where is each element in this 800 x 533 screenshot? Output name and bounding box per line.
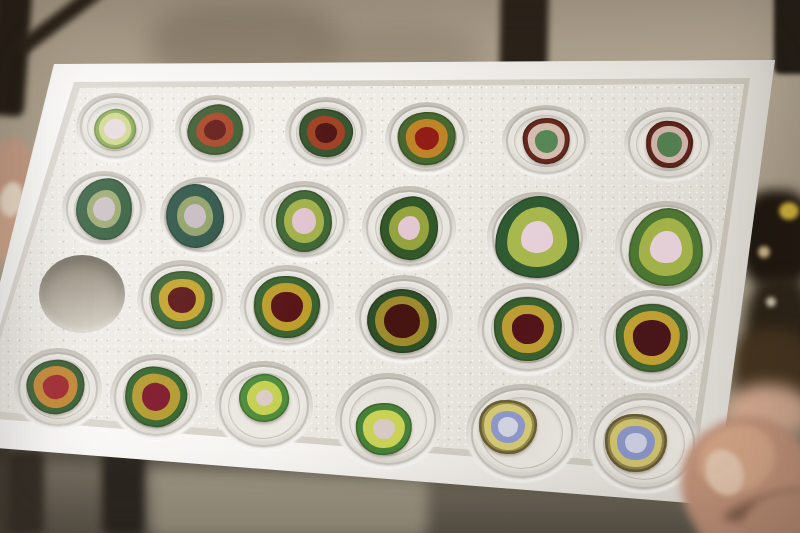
slot-r1c5 bbox=[502, 105, 590, 177]
gem-ring bbox=[520, 221, 553, 253]
slot-r3c1 bbox=[39, 255, 125, 333]
slot-r4c5 bbox=[466, 384, 578, 482]
gem-slice-r4c6 bbox=[605, 414, 667, 472]
gem-ring bbox=[292, 208, 316, 234]
gem-slice-r2c3 bbox=[276, 190, 332, 252]
slot-r2c4 bbox=[362, 186, 456, 270]
gem-ring bbox=[650, 230, 682, 264]
slot-r1c2 bbox=[175, 95, 255, 165]
slot-r1c1 bbox=[76, 93, 154, 161]
slot-r2c2 bbox=[160, 177, 246, 255]
slot-r3c6 bbox=[599, 290, 705, 386]
slot-r3c2 bbox=[137, 260, 227, 340]
empty-recess bbox=[39, 255, 125, 333]
slot-r1c3 bbox=[285, 97, 367, 169]
slot-r3c4 bbox=[355, 275, 453, 363]
slot-r3c3 bbox=[240, 265, 334, 349]
slot-r2c6 bbox=[615, 201, 717, 293]
slot-r4c4 bbox=[335, 373, 441, 469]
slot-r1c4 bbox=[385, 102, 469, 175]
slot-r2c3 bbox=[259, 181, 349, 261]
slot-r4c3 bbox=[215, 361, 313, 451]
slot-r1c6 bbox=[624, 107, 714, 181]
slot-r2c1 bbox=[62, 171, 146, 247]
tray-slots bbox=[0, 0, 800, 533]
slot-r2c5 bbox=[487, 192, 587, 282]
slot-r3c5 bbox=[477, 283, 579, 375]
slot-r4c1 bbox=[14, 348, 102, 430]
photo-tourmaline-tray bbox=[0, 0, 800, 533]
slot-r4c2 bbox=[110, 354, 202, 440]
